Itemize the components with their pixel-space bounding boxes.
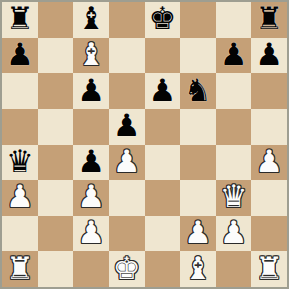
piece-white-pawn: ♟ (113, 146, 141, 177)
square-c6[interactable]: ♟ (73, 73, 109, 109)
piece-black-rook: ♜ (6, 3, 34, 34)
square-h3[interactable] (251, 180, 287, 216)
square-h7[interactable]: ♟ (251, 38, 287, 74)
square-f5[interactable] (180, 109, 216, 145)
square-f6[interactable]: ♞ (180, 73, 216, 109)
piece-white-pawn: ♟ (6, 181, 34, 212)
piece-white-king: ♚ (113, 253, 141, 284)
square-h8[interactable]: ♜ (251, 2, 287, 38)
square-d4[interactable]: ♟ (109, 145, 145, 181)
square-g2[interactable]: ♟ (216, 216, 252, 252)
square-c1[interactable] (73, 251, 109, 287)
square-f8[interactable] (180, 2, 216, 38)
square-e3[interactable] (145, 180, 181, 216)
piece-white-queen: ♛ (220, 181, 248, 212)
piece-white-bishop: ♝ (184, 253, 212, 284)
piece-black-pawn: ♟ (113, 110, 141, 141)
square-a8[interactable]: ♜ (2, 2, 38, 38)
square-h2[interactable] (251, 216, 287, 252)
square-g5[interactable] (216, 109, 252, 145)
square-f7[interactable] (180, 38, 216, 74)
square-a3[interactable]: ♟ (2, 180, 38, 216)
square-d6[interactable] (109, 73, 145, 109)
piece-white-pawn: ♟ (77, 181, 105, 212)
square-a5[interactable] (2, 109, 38, 145)
square-d8[interactable] (109, 2, 145, 38)
square-b6[interactable] (38, 73, 74, 109)
square-f4[interactable] (180, 145, 216, 181)
square-f3[interactable] (180, 180, 216, 216)
square-c3[interactable]: ♟ (73, 180, 109, 216)
square-a2[interactable] (2, 216, 38, 252)
piece-white-bishop: ♝ (77, 39, 105, 70)
piece-white-pawn: ♟ (220, 217, 248, 248)
square-e7[interactable] (145, 38, 181, 74)
square-g7[interactable]: ♟ (216, 38, 252, 74)
piece-black-knight: ♞ (184, 75, 212, 106)
square-c7[interactable]: ♝ (73, 38, 109, 74)
square-b3[interactable] (38, 180, 74, 216)
square-c5[interactable] (73, 109, 109, 145)
square-d2[interactable] (109, 216, 145, 252)
square-b8[interactable] (38, 2, 74, 38)
piece-black-pawn: ♟ (255, 39, 283, 70)
square-e8[interactable]: ♚ (145, 2, 181, 38)
chess-board: ♜♝♚♜♟♝♟♟♟♟♞♟♛♟♟♟♟♟♛♟♟♟♜♚♝♜ (0, 0, 289, 289)
square-c4[interactable]: ♟ (73, 145, 109, 181)
square-e6[interactable]: ♟ (145, 73, 181, 109)
piece-black-pawn: ♟ (220, 39, 248, 70)
square-b1[interactable] (38, 251, 74, 287)
square-e5[interactable] (145, 109, 181, 145)
piece-white-rook: ♜ (6, 253, 34, 284)
piece-black-rook: ♜ (255, 3, 283, 34)
piece-black-queen: ♛ (6, 146, 34, 177)
piece-white-rook: ♜ (255, 253, 283, 284)
square-f2[interactable]: ♟ (180, 216, 216, 252)
square-a7[interactable]: ♟ (2, 38, 38, 74)
piece-black-pawn: ♟ (148, 75, 176, 106)
square-d3[interactable] (109, 180, 145, 216)
square-h1[interactable]: ♜ (251, 251, 287, 287)
square-c8[interactable]: ♝ (73, 2, 109, 38)
square-h4[interactable]: ♟ (251, 145, 287, 181)
square-b2[interactable] (38, 216, 74, 252)
square-a6[interactable] (2, 73, 38, 109)
square-b7[interactable] (38, 38, 74, 74)
piece-white-pawn: ♟ (77, 217, 105, 248)
square-b4[interactable] (38, 145, 74, 181)
square-e1[interactable] (145, 251, 181, 287)
piece-black-pawn: ♟ (77, 75, 105, 106)
square-e4[interactable] (145, 145, 181, 181)
piece-black-king: ♚ (148, 3, 176, 34)
square-f1[interactable]: ♝ (180, 251, 216, 287)
piece-white-pawn: ♟ (255, 146, 283, 177)
square-g3[interactable]: ♛ (216, 180, 252, 216)
square-g8[interactable] (216, 2, 252, 38)
square-b5[interactable] (38, 109, 74, 145)
piece-black-pawn: ♟ (6, 39, 34, 70)
square-e2[interactable] (145, 216, 181, 252)
square-h6[interactable] (251, 73, 287, 109)
square-g6[interactable] (216, 73, 252, 109)
square-g4[interactable] (216, 145, 252, 181)
square-a1[interactable]: ♜ (2, 251, 38, 287)
square-d5[interactable]: ♟ (109, 109, 145, 145)
piece-black-bishop: ♝ (77, 3, 105, 34)
square-c2[interactable]: ♟ (73, 216, 109, 252)
square-g1[interactable] (216, 251, 252, 287)
square-d1[interactable]: ♚ (109, 251, 145, 287)
square-d7[interactable] (109, 38, 145, 74)
square-a4[interactable]: ♛ (2, 145, 38, 181)
piece-black-pawn: ♟ (77, 146, 105, 177)
square-h5[interactable] (251, 109, 287, 145)
piece-white-pawn: ♟ (184, 217, 212, 248)
